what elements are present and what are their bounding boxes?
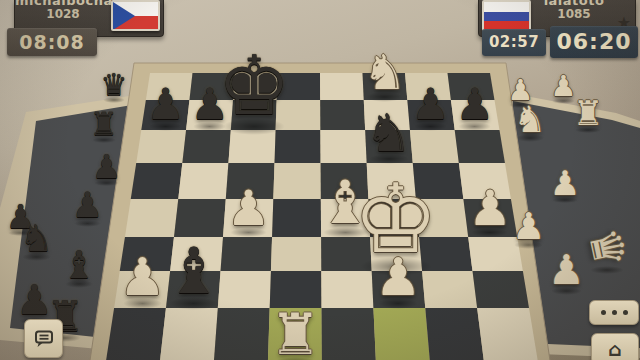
captured-white-pawn[interactable]: ♟ bbox=[510, 208, 547, 245]
square-c6[interactable] bbox=[228, 130, 275, 163]
square-a5[interactable] bbox=[131, 163, 183, 199]
piece-white-n-f8[interactable]: ♞ bbox=[360, 48, 408, 96]
square-e2[interactable] bbox=[321, 271, 373, 308]
piece-white-r-d1[interactable]: ♜ bbox=[267, 306, 324, 360]
square-e7[interactable] bbox=[320, 100, 365, 130]
piece-white-p-c4[interactable]: ♟ bbox=[224, 184, 273, 233]
square-f1[interactable] bbox=[373, 308, 430, 360]
dot-icon bbox=[601, 310, 606, 315]
move-timer-time: 02:57 bbox=[489, 33, 539, 51]
square-a4[interactable] bbox=[125, 199, 178, 237]
square-c3[interactable] bbox=[221, 237, 273, 271]
captured-black-queen[interactable]: ♛ bbox=[99, 70, 129, 100]
square-b5[interactable] bbox=[178, 163, 228, 199]
square-h2[interactable] bbox=[472, 271, 529, 308]
white-clock: 08:08 bbox=[7, 28, 97, 56]
square-h6[interactable] bbox=[455, 130, 505, 163]
czech-flag-icon bbox=[111, 0, 160, 31]
square-b6[interactable] bbox=[182, 130, 230, 163]
square-a1[interactable] bbox=[105, 308, 166, 360]
home-icon: ⌂ bbox=[608, 340, 622, 359]
captured-black-pawn[interactable]: ♟ bbox=[90, 150, 123, 183]
square-d6[interactable] bbox=[275, 130, 321, 163]
more-options-button[interactable] bbox=[589, 300, 639, 325]
square-a6[interactable] bbox=[136, 130, 186, 163]
captured-black-rook[interactable]: ♜ bbox=[88, 108, 120, 140]
captured-white-knight[interactable]: ♞ bbox=[512, 102, 548, 138]
chat-bubble-icon bbox=[33, 328, 55, 350]
captured-black-knight[interactable]: ♞ bbox=[18, 220, 55, 257]
square-e8[interactable] bbox=[320, 73, 364, 100]
captured-black-bishop[interactable]: ♝ bbox=[60, 246, 98, 284]
captured-black-pawn[interactable]: ♟ bbox=[70, 188, 105, 223]
piece-black-k-c7[interactable]: ♚ bbox=[213, 45, 295, 127]
black-clock: 06:20 bbox=[550, 26, 638, 58]
square-g6[interactable] bbox=[410, 130, 459, 163]
square-d4[interactable] bbox=[272, 199, 321, 237]
move-timer: 02:57 bbox=[482, 29, 546, 56]
square-c1[interactable] bbox=[213, 308, 269, 360]
dot-icon bbox=[612, 310, 617, 315]
white-clock-time: 08:08 bbox=[19, 31, 84, 53]
captured-white-queen[interactable]: ♛ bbox=[581, 222, 633, 274]
russia-flag-icon bbox=[482, 0, 531, 31]
captured-white-pawn[interactable]: ♟ bbox=[546, 250, 587, 291]
square-d5[interactable] bbox=[273, 163, 321, 199]
captured-white-rook[interactable]: ♜ bbox=[571, 96, 605, 130]
square-e6[interactable] bbox=[320, 130, 366, 163]
chess-game-screen: ♞♟♟♚♟♟♞♟♝♟♚♟♝♟♜♛♜♟♟♟♞♝♟♜♟♟♞♜♟♟♟♛ michalb… bbox=[0, 0, 640, 360]
square-b1[interactable] bbox=[159, 308, 218, 360]
square-c2[interactable] bbox=[218, 271, 271, 308]
square-d3[interactable] bbox=[271, 237, 321, 271]
square-g1[interactable] bbox=[425, 308, 485, 360]
piece-black-p-h7[interactable]: ♟ bbox=[453, 83, 496, 126]
black-clock-time: 06:20 bbox=[556, 29, 631, 54]
piece-black-b-b2[interactable]: ♝ bbox=[162, 240, 226, 304]
piece-white-p-h4[interactable]: ♟ bbox=[466, 184, 515, 233]
square-b4[interactable] bbox=[174, 199, 226, 237]
piece-black-n-f6[interactable]: ♞ bbox=[362, 107, 415, 160]
square-h1[interactable] bbox=[477, 308, 539, 360]
square-e1[interactable] bbox=[322, 308, 377, 360]
player-rating-white: 1028 bbox=[15, 7, 111, 21]
home-button[interactable]: ⌂ bbox=[591, 333, 639, 360]
piece-white-p-f2[interactable]: ♟ bbox=[372, 251, 424, 303]
captured-white-pawn[interactable]: ♟ bbox=[548, 166, 582, 200]
square-g2[interactable] bbox=[422, 271, 477, 308]
dot-icon bbox=[623, 310, 628, 315]
piece-black-p-a7[interactable]: ♟ bbox=[144, 83, 187, 126]
piece-black-p-g7[interactable]: ♟ bbox=[409, 83, 452, 126]
player-rating-black: 1085 bbox=[535, 7, 613, 21]
chat-menu-button[interactable] bbox=[24, 319, 63, 358]
